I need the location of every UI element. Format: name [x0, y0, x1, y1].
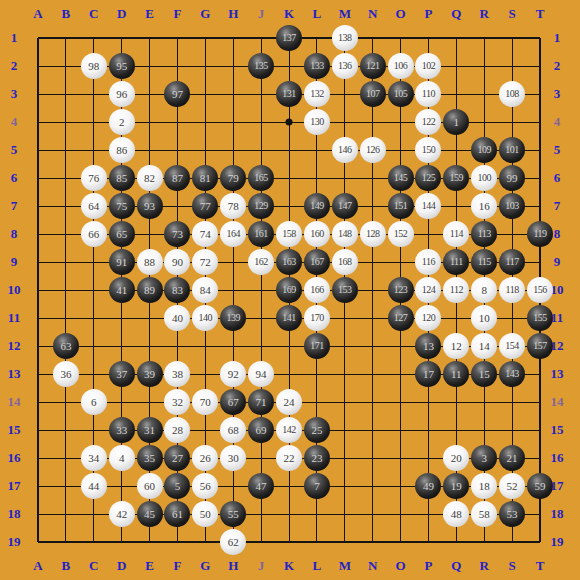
- go-stone[interactable]: 48: [443, 501, 469, 527]
- go-stone[interactable]: 41: [109, 277, 135, 303]
- go-stone[interactable]: 113: [471, 221, 497, 247]
- coord-label-column: R: [480, 6, 489, 22]
- coord-label-column: D: [117, 558, 126, 574]
- coord-label-column: L: [313, 6, 322, 22]
- go-stone[interactable]: 2: [109, 109, 135, 135]
- coord-label-row: 16: [551, 450, 564, 466]
- go-stone[interactable]: 109: [471, 137, 497, 163]
- coord-label-row: 13: [551, 366, 564, 382]
- go-stone[interactable]: 66: [81, 221, 107, 247]
- go-stone[interactable]: 11: [443, 361, 469, 387]
- go-stone[interactable]: 123: [388, 277, 414, 303]
- go-stone[interactable]: 125: [415, 165, 441, 191]
- go-stone[interactable]: 58: [471, 501, 497, 527]
- go-stone[interactable]: 77: [192, 193, 218, 219]
- go-stone[interactable]: 114: [443, 221, 469, 247]
- coord-label-column: Q: [451, 558, 461, 574]
- go-stone[interactable]: 37: [109, 361, 135, 387]
- go-stone[interactable]: 39: [137, 361, 163, 387]
- go-stone[interactable]: 84: [192, 277, 218, 303]
- go-stone[interactable]: 119: [527, 221, 553, 247]
- go-stone[interactable]: 124: [415, 277, 441, 303]
- coord-label-column: G: [200, 558, 210, 574]
- coord-label-column: E: [145, 6, 154, 22]
- coord-label-row: 16: [8, 450, 21, 466]
- coord-label-column: R: [480, 558, 489, 574]
- go-stone[interactable]: 131: [276, 81, 302, 107]
- coord-label-column: M: [339, 558, 351, 574]
- coord-label-row: 19: [551, 534, 564, 550]
- go-stone[interactable]: 135: [248, 53, 274, 79]
- go-stone[interactable]: 5: [164, 473, 190, 499]
- go-stone[interactable]: 138: [332, 25, 358, 51]
- go-stone[interactable]: 161: [248, 221, 274, 247]
- go-stone[interactable]: 137: [276, 25, 302, 51]
- go-stone[interactable]: 56: [192, 473, 218, 499]
- go-stone[interactable]: 154: [499, 333, 525, 359]
- coord-label-row: 9: [554, 254, 561, 270]
- go-board: AABBCCDDEEFFGGHHJJKKLLMMNNOOPPQQRRSSTT11…: [0, 0, 580, 580]
- coord-label-column: O: [395, 558, 405, 574]
- go-stone[interactable]: 136: [332, 53, 358, 79]
- go-stone[interactable]: 68: [220, 417, 246, 443]
- coord-label-column: N: [368, 558, 377, 574]
- coord-label-row: 6: [554, 170, 561, 186]
- go-stone[interactable]: 171: [304, 333, 330, 359]
- go-stone[interactable]: 127: [388, 305, 414, 331]
- go-stone[interactable]: 83: [164, 277, 190, 303]
- go-stone[interactable]: 96: [109, 81, 135, 107]
- coord-label-column: F: [173, 6, 181, 22]
- coord-label-row: 15: [8, 422, 21, 438]
- coord-label-row: 2: [11, 58, 18, 74]
- go-stone[interactable]: 55: [220, 501, 246, 527]
- coord-label-row: 3: [554, 86, 561, 102]
- coord-label-column: K: [284, 558, 294, 574]
- go-stone[interactable]: 105: [388, 81, 414, 107]
- coord-label-row: 18: [8, 506, 21, 522]
- go-stone[interactable]: 146: [332, 137, 358, 163]
- go-stone[interactable]: 133: [304, 53, 330, 79]
- go-stone[interactable]: 6: [81, 389, 107, 415]
- coord-label-row: 18: [551, 506, 564, 522]
- grid-line: [37, 38, 39, 542]
- go-stone[interactable]: 60: [137, 473, 163, 499]
- coord-label-row: 4: [11, 114, 18, 130]
- go-stone[interactable]: 95: [109, 53, 135, 79]
- go-stone[interactable]: 17: [415, 361, 441, 387]
- star-point: [286, 119, 293, 126]
- go-stone[interactable]: 81: [192, 165, 218, 191]
- go-stone[interactable]: 101: [499, 137, 525, 163]
- coord-label-row: 7: [11, 198, 18, 214]
- coord-label-row: 3: [11, 86, 18, 102]
- go-stone[interactable]: 143: [499, 361, 525, 387]
- go-stone[interactable]: 50: [192, 501, 218, 527]
- go-stone[interactable]: 86: [109, 137, 135, 163]
- go-stone[interactable]: 107: [360, 81, 386, 107]
- grid-line: [261, 38, 262, 542]
- go-stone[interactable]: 32: [164, 389, 190, 415]
- go-stone[interactable]: 129: [248, 193, 274, 219]
- go-stone[interactable]: 122: [415, 109, 441, 135]
- go-stone[interactable]: 110: [415, 81, 441, 107]
- go-stone[interactable]: 82: [137, 165, 163, 191]
- go-stone[interactable]: 130: [304, 109, 330, 135]
- go-stone[interactable]: 100: [471, 165, 497, 191]
- coord-label-column: K: [284, 6, 294, 22]
- go-stone[interactable]: 27: [164, 445, 190, 471]
- go-stone[interactable]: 14: [471, 333, 497, 359]
- go-stone[interactable]: 153: [332, 277, 358, 303]
- go-stone[interactable]: 78: [220, 193, 246, 219]
- go-stone[interactable]: 108: [499, 81, 525, 107]
- go-stone[interactable]: 52: [499, 473, 525, 499]
- coord-label-row: 1: [554, 30, 561, 46]
- go-stone[interactable]: 19: [443, 473, 469, 499]
- coord-label-column: C: [89, 558, 98, 574]
- go-stone[interactable]: 79: [220, 165, 246, 191]
- go-stone[interactable]: 92: [220, 361, 246, 387]
- coord-label-row: 14: [551, 394, 564, 410]
- go-stone[interactable]: 73: [164, 221, 190, 247]
- go-stone[interactable]: 128: [360, 221, 386, 247]
- coord-label-column: P: [424, 6, 432, 22]
- go-stone[interactable]: 97: [164, 81, 190, 107]
- go-stone[interactable]: 33: [109, 417, 135, 443]
- go-stone[interactable]: 30: [220, 445, 246, 471]
- go-stone[interactable]: 34: [81, 445, 107, 471]
- go-stone[interactable]: 12: [443, 333, 469, 359]
- go-stone[interactable]: 45: [137, 501, 163, 527]
- go-stone[interactable]: 98: [81, 53, 107, 79]
- go-stone[interactable]: 102: [415, 53, 441, 79]
- coord-label-column: S: [508, 558, 515, 574]
- coord-label-column: B: [62, 558, 71, 574]
- grid-line: [65, 38, 66, 542]
- coord-label-row: 1: [11, 30, 18, 46]
- go-stone[interactable]: 74: [192, 221, 218, 247]
- go-stone[interactable]: 163: [276, 249, 302, 275]
- go-stone[interactable]: 158: [276, 221, 302, 247]
- go-stone[interactable]: 15: [471, 361, 497, 387]
- go-stone[interactable]: 150: [415, 137, 441, 163]
- go-stone[interactable]: 167: [304, 249, 330, 275]
- go-stone[interactable]: 148: [332, 221, 358, 247]
- go-stone[interactable]: 22: [276, 445, 302, 471]
- go-stone[interactable]: 88: [137, 249, 163, 275]
- go-stone[interactable]: 169: [276, 277, 302, 303]
- go-stone[interactable]: 65: [109, 221, 135, 247]
- go-stone[interactable]: 159: [443, 165, 469, 191]
- coord-label-column: F: [173, 558, 181, 574]
- go-stone[interactable]: 149: [304, 193, 330, 219]
- coord-label-column: T: [536, 558, 545, 574]
- coord-label-row: 2: [554, 58, 561, 74]
- go-stone[interactable]: 99: [499, 165, 525, 191]
- coord-label-row: 9: [11, 254, 18, 270]
- go-stone[interactable]: 42: [109, 501, 135, 527]
- go-stone[interactable]: 20: [443, 445, 469, 471]
- go-stone[interactable]: 72: [192, 249, 218, 275]
- coord-label-row: 15: [551, 422, 564, 438]
- grid-line: [372, 38, 373, 542]
- coord-label-row: 5: [554, 142, 561, 158]
- go-stone[interactable]: 36: [53, 361, 79, 387]
- go-stone[interactable]: 1: [443, 109, 469, 135]
- go-stone[interactable]: 168: [332, 249, 358, 275]
- go-stone[interactable]: 62: [220, 529, 246, 555]
- coord-label-column: T: [536, 6, 545, 22]
- go-stone[interactable]: 63: [53, 333, 79, 359]
- go-stone[interactable]: 3: [471, 445, 497, 471]
- coord-label-column: E: [145, 558, 154, 574]
- go-stone[interactable]: 26: [192, 445, 218, 471]
- go-stone[interactable]: 44: [81, 473, 107, 499]
- go-stone[interactable]: 67: [220, 389, 246, 415]
- go-stone[interactable]: 10: [471, 305, 497, 331]
- coord-label-row: 8: [554, 226, 561, 242]
- coord-label-row: 8: [11, 226, 18, 242]
- go-stone[interactable]: 117: [499, 249, 525, 275]
- coord-label-row: 10: [8, 282, 21, 298]
- go-stone[interactable]: 103: [499, 193, 525, 219]
- go-stone[interactable]: 59: [527, 473, 553, 499]
- go-stone[interactable]: 112: [443, 277, 469, 303]
- go-stone[interactable]: 8: [471, 277, 497, 303]
- go-stone[interactable]: 85: [109, 165, 135, 191]
- go-stone[interactable]: 140: [192, 305, 218, 331]
- go-stone[interactable]: 120: [415, 305, 441, 331]
- go-stone[interactable]: 170: [304, 305, 330, 331]
- coord-label-row: 5: [11, 142, 18, 158]
- coord-label-column: M: [339, 6, 351, 22]
- go-stone[interactable]: 69: [248, 417, 274, 443]
- coord-label-column: L: [313, 558, 322, 574]
- go-stone[interactable]: 53: [499, 501, 525, 527]
- go-stone[interactable]: 61: [164, 501, 190, 527]
- go-stone[interactable]: 40: [164, 305, 190, 331]
- go-stone[interactable]: 76: [81, 165, 107, 191]
- coord-label-column: S: [508, 6, 515, 22]
- go-stone[interactable]: 25: [304, 417, 330, 443]
- go-stone[interactable]: 28: [164, 417, 190, 443]
- coord-label-row: 12: [8, 338, 21, 354]
- coord-label-column: D: [117, 6, 126, 22]
- go-stone[interactable]: 145: [388, 165, 414, 191]
- go-stone[interactable]: 4: [109, 445, 135, 471]
- go-stone[interactable]: 160: [304, 221, 330, 247]
- go-stone[interactable]: 155: [527, 305, 553, 331]
- go-stone[interactable]: 87: [164, 165, 190, 191]
- go-stone[interactable]: 156: [527, 277, 553, 303]
- coord-label-column: Q: [451, 6, 461, 22]
- go-stone[interactable]: 139: [220, 305, 246, 331]
- go-stone[interactable]: 49: [415, 473, 441, 499]
- go-stone[interactable]: 94: [248, 361, 274, 387]
- go-stone[interactable]: 116: [415, 249, 441, 275]
- go-stone[interactable]: 38: [164, 361, 190, 387]
- go-stone[interactable]: 166: [304, 277, 330, 303]
- coord-label-column: H: [228, 558, 238, 574]
- coord-label-column: C: [89, 6, 98, 22]
- go-stone[interactable]: 18: [471, 473, 497, 499]
- coord-label-row: 7: [554, 198, 561, 214]
- coord-label-column: P: [424, 558, 432, 574]
- go-stone[interactable]: 71: [248, 389, 274, 415]
- go-stone[interactable]: 164: [220, 221, 246, 247]
- go-stone[interactable]: 47: [248, 473, 274, 499]
- coord-label-row: 11: [8, 310, 20, 326]
- coord-label-column: N: [368, 6, 377, 22]
- go-stone[interactable]: 106: [388, 53, 414, 79]
- go-stone[interactable]: 64: [81, 193, 107, 219]
- coord-label-column: J: [258, 558, 265, 574]
- go-stone[interactable]: 121: [360, 53, 386, 79]
- coord-label-row: 19: [8, 534, 21, 550]
- go-stone[interactable]: 115: [471, 249, 497, 275]
- go-stone[interactable]: 93: [137, 193, 163, 219]
- go-stone[interactable]: 91: [109, 249, 135, 275]
- coord-label-row: 6: [11, 170, 18, 186]
- go-stone[interactable]: 151: [388, 193, 414, 219]
- coord-label-column: J: [258, 6, 265, 22]
- coord-label-column: H: [228, 6, 238, 22]
- coord-label-column: A: [33, 558, 42, 574]
- go-stone[interactable]: 147: [332, 193, 358, 219]
- coord-label-row: 13: [8, 366, 21, 382]
- go-stone[interactable]: 118: [499, 277, 525, 303]
- go-stone[interactable]: 142: [276, 417, 302, 443]
- go-stone[interactable]: 31: [137, 417, 163, 443]
- go-stone[interactable]: 89: [137, 277, 163, 303]
- coord-label-row: 17: [8, 478, 21, 494]
- go-stone[interactable]: 13: [415, 333, 441, 359]
- go-stone[interactable]: 16: [471, 193, 497, 219]
- coord-label-column: G: [200, 6, 210, 22]
- go-stone[interactable]: 75: [109, 193, 135, 219]
- go-stone[interactable]: 21: [499, 445, 525, 471]
- coord-label-column: A: [33, 6, 42, 22]
- go-stone[interactable]: 111: [443, 249, 469, 275]
- go-stone[interactable]: 152: [388, 221, 414, 247]
- go-stone[interactable]: 162: [248, 249, 274, 275]
- go-stone[interactable]: 70: [192, 389, 218, 415]
- go-stone[interactable]: 7: [304, 473, 330, 499]
- go-stone[interactable]: 90: [164, 249, 190, 275]
- go-stone[interactable]: 165: [248, 165, 274, 191]
- go-stone[interactable]: 157: [527, 333, 553, 359]
- go-stone[interactable]: 35: [137, 445, 163, 471]
- go-stone[interactable]: 126: [360, 137, 386, 163]
- coord-label-row: 14: [8, 394, 21, 410]
- go-stone[interactable]: 144: [415, 193, 441, 219]
- go-stone[interactable]: 24: [276, 389, 302, 415]
- coord-label-row: 4: [554, 114, 561, 130]
- coord-label-column: B: [62, 6, 71, 22]
- go-stone[interactable]: 132: [304, 81, 330, 107]
- go-stone[interactable]: 23: [304, 445, 330, 471]
- go-stone[interactable]: 141: [276, 305, 302, 331]
- coord-label-column: O: [395, 6, 405, 22]
